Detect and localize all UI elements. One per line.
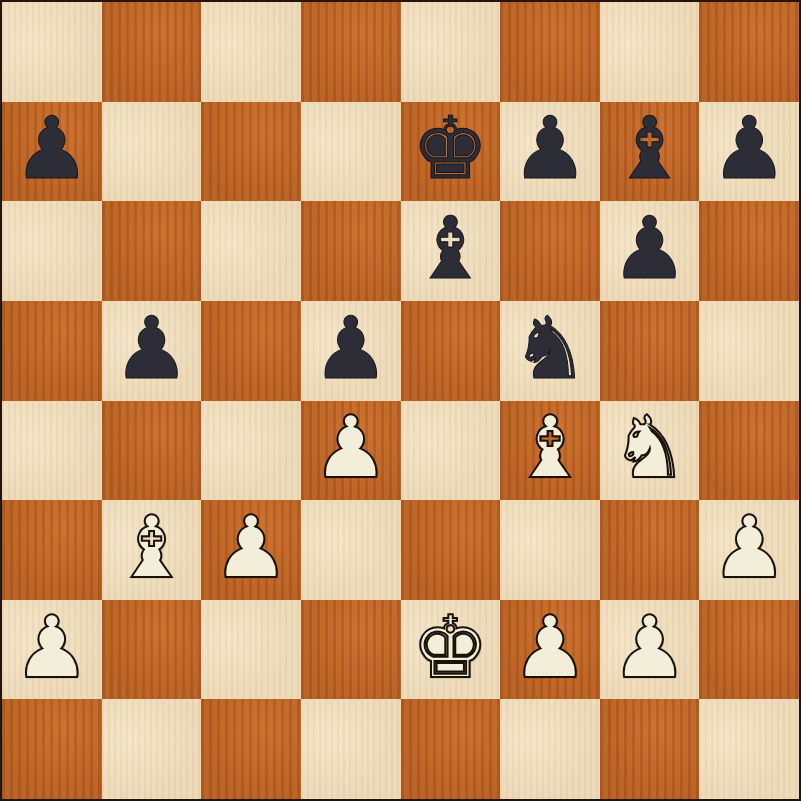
white-pawn-piece[interactable]: ♟ [13,604,90,690]
square-g7[interactable]: ♝ [600,102,700,202]
square-d5[interactable]: ♟ [301,301,401,401]
square-e6[interactable]: ♝ [401,201,501,301]
black-pawn-piece[interactable]: ♟ [312,305,389,391]
square-h1[interactable] [699,699,799,799]
square-c4[interactable] [201,401,301,501]
square-e3[interactable] [401,500,501,600]
square-b1[interactable] [102,699,202,799]
black-pawn-piece[interactable]: ♟ [511,105,588,191]
white-pawn-piece[interactable]: ♟ [711,504,788,590]
white-bishop-piece[interactable]: ♝ [113,504,190,590]
square-a7[interactable]: ♟ [2,102,102,202]
square-h6[interactable] [699,201,799,301]
square-a6[interactable] [2,201,102,301]
square-h3[interactable]: ♟ [699,500,799,600]
square-c8[interactable] [201,2,301,102]
square-g8[interactable] [600,2,700,102]
square-g2[interactable]: ♟ [600,600,700,700]
square-e8[interactable] [401,2,501,102]
square-e1[interactable] [401,699,501,799]
square-d7[interactable] [301,102,401,202]
square-h5[interactable] [699,301,799,401]
square-h7[interactable]: ♟ [699,102,799,202]
square-g4[interactable]: ♞ [600,401,700,501]
square-f4[interactable]: ♝ [500,401,600,501]
white-pawn-piece[interactable]: ♟ [611,604,688,690]
square-h8[interactable] [699,2,799,102]
square-f6[interactable] [500,201,600,301]
square-d3[interactable] [301,500,401,600]
square-f5[interactable]: ♞ [500,301,600,401]
square-e4[interactable] [401,401,501,501]
square-a5[interactable] [2,301,102,401]
square-c1[interactable] [201,699,301,799]
square-c6[interactable] [201,201,301,301]
square-c7[interactable] [201,102,301,202]
square-d4[interactable]: ♟ [301,401,401,501]
square-g5[interactable] [600,301,700,401]
square-d1[interactable] [301,699,401,799]
square-c2[interactable] [201,600,301,700]
square-a3[interactable] [2,500,102,600]
square-b3[interactable]: ♝ [102,500,202,600]
black-pawn-piece[interactable]: ♟ [13,105,90,191]
chess-board-window: ♟♚♟♝♟♝♟♟♟♞♟♝♞♝♟♟♟♚♟♟ [0,0,801,801]
black-king-piece[interactable]: ♚ [412,105,489,191]
square-f3[interactable] [500,500,600,600]
white-pawn-piece[interactable]: ♟ [511,604,588,690]
square-a4[interactable] [2,401,102,501]
square-h4[interactable] [699,401,799,501]
white-king-piece[interactable]: ♚ [412,604,489,690]
square-c3[interactable]: ♟ [201,500,301,600]
square-d8[interactable] [301,2,401,102]
square-h2[interactable] [699,600,799,700]
black-knight-piece[interactable]: ♞ [511,305,588,391]
square-b4[interactable] [102,401,202,501]
square-b5[interactable]: ♟ [102,301,202,401]
white-bishop-piece[interactable]: ♝ [511,404,588,490]
square-b7[interactable] [102,102,202,202]
square-g6[interactable]: ♟ [600,201,700,301]
square-b6[interactable] [102,201,202,301]
square-f8[interactable] [500,2,600,102]
square-a2[interactable]: ♟ [2,600,102,700]
white-pawn-piece[interactable]: ♟ [213,504,290,590]
square-a8[interactable] [2,2,102,102]
black-pawn-piece[interactable]: ♟ [611,205,688,291]
white-knight-piece[interactable]: ♞ [611,404,688,490]
black-bishop-piece[interactable]: ♝ [611,105,688,191]
black-pawn-piece[interactable]: ♟ [711,105,788,191]
square-b8[interactable] [102,2,202,102]
black-pawn-piece[interactable]: ♟ [113,305,190,391]
square-g3[interactable] [600,500,700,600]
white-pawn-piece[interactable]: ♟ [312,404,389,490]
square-d2[interactable] [301,600,401,700]
square-c5[interactable] [201,301,301,401]
square-f2[interactable]: ♟ [500,600,600,700]
square-f7[interactable]: ♟ [500,102,600,202]
black-bishop-piece[interactable]: ♝ [412,205,489,291]
square-d6[interactable] [301,201,401,301]
square-e7[interactable]: ♚ [401,102,501,202]
square-b2[interactable] [102,600,202,700]
square-e2[interactable]: ♚ [401,600,501,700]
square-a1[interactable] [2,699,102,799]
square-f1[interactable] [500,699,600,799]
chess-board: ♟♚♟♝♟♝♟♟♟♞♟♝♞♝♟♟♟♚♟♟ [0,0,801,801]
square-e5[interactable] [401,301,501,401]
square-g1[interactable] [600,699,700,799]
